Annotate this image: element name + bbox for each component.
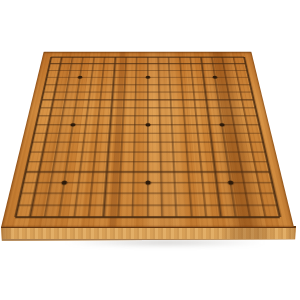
grid-line-horizontal <box>34 133 261 134</box>
grid-line-horizontal <box>20 193 274 194</box>
grid-line-horizontal <box>15 216 280 217</box>
go-board <box>1 52 294 227</box>
board-grid <box>15 57 279 217</box>
grid-line-horizontal <box>28 161 268 162</box>
star-point <box>145 123 150 126</box>
grid-line-horizontal <box>30 151 265 152</box>
grid-line-horizontal <box>25 171 269 172</box>
star-point <box>78 76 83 79</box>
star-point <box>145 180 151 184</box>
star-point <box>70 123 76 126</box>
grid-line-horizontal <box>18 204 277 205</box>
star-point <box>227 180 233 184</box>
star-point <box>212 76 217 79</box>
star-point <box>61 180 67 184</box>
board-front-edge <box>1 226 296 241</box>
board-surface <box>1 52 294 227</box>
star-point <box>219 123 225 126</box>
goban-product-photo <box>0 0 300 300</box>
grid-line-horizontal <box>32 142 263 143</box>
star-point <box>145 76 150 79</box>
